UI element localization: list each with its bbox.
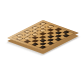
checkers-set-photo [0,0,83,83]
